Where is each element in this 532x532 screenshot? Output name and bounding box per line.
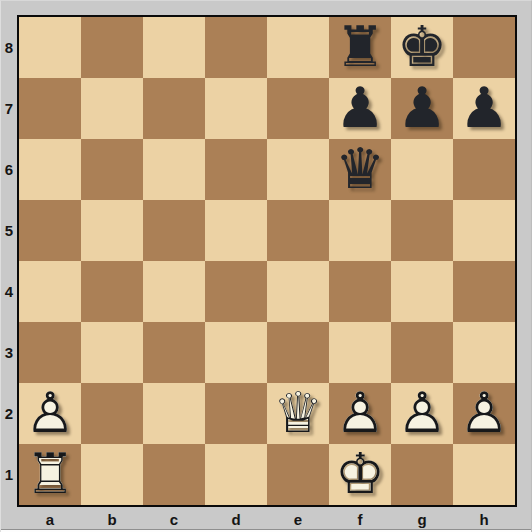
square-c8[interactable] [143,17,205,78]
square-f7[interactable]: ♟ [329,78,391,139]
rank-labels: 87654321 [1,17,17,505]
piece-glyph: ♟ [329,78,391,139]
square-f6[interactable]: ♛ [329,139,391,200]
file-label: f [329,507,391,531]
rank-label: 2 [1,383,17,444]
square-f1[interactable]: ♚♔ [329,444,391,505]
square-f2[interactable]: ♟♙ [329,383,391,444]
square-h3[interactable] [453,322,515,383]
square-f5[interactable] [329,200,391,261]
square-c1[interactable] [143,444,205,505]
piece-glyph: ♟ [391,78,453,139]
white-pawn-icon[interactable]: ♟♙ [19,383,81,444]
file-label: h [453,507,515,531]
piece-glyph: ♛ [329,139,391,200]
file-labels: abcdefgh [19,507,515,531]
rank-label: 6 [1,139,17,200]
square-e8[interactable] [267,17,329,78]
file-label: e [267,507,329,531]
square-e3[interactable] [267,322,329,383]
file-label: b [81,507,143,531]
black-pawn-icon[interactable]: ♟ [329,78,391,139]
square-a3[interactable] [19,322,81,383]
square-f3[interactable] [329,322,391,383]
square-c7[interactable] [143,78,205,139]
square-g6[interactable] [391,139,453,200]
file-label: c [143,507,205,531]
square-b5[interactable] [81,200,143,261]
square-b8[interactable] [81,17,143,78]
square-b2[interactable] [81,383,143,444]
square-d5[interactable] [205,200,267,261]
square-c6[interactable] [143,139,205,200]
square-d2[interactable] [205,383,267,444]
black-pawn-icon[interactable]: ♟ [391,78,453,139]
piece-outline-glyph: ♔ [329,444,391,505]
square-a7[interactable] [19,78,81,139]
square-e6[interactable] [267,139,329,200]
square-b3[interactable] [81,322,143,383]
square-d3[interactable] [205,322,267,383]
piece-outline-glyph: ♙ [453,383,515,444]
board: ♜♚♟♟♟♛♟♙♛♕♟♙♟♙♟♙♜♖♚♔ [19,17,515,505]
square-e4[interactable] [267,261,329,322]
piece-glyph: ♚ [391,17,453,78]
square-g5[interactable] [391,200,453,261]
rank-label: 5 [1,200,17,261]
square-e7[interactable] [267,78,329,139]
board-frame: ♜♚♟♟♟♛♟♙♛♕♟♙♟♙♟♙♜♖♚♔ [17,15,517,507]
white-pawn-icon[interactable]: ♟♙ [453,383,515,444]
black-king-icon[interactable]: ♚ [391,17,453,78]
square-g8[interactable]: ♚ [391,17,453,78]
black-pawn-icon[interactable]: ♟ [453,78,515,139]
square-d4[interactable] [205,261,267,322]
chess-window: 87654321 ♜♚♟♟♟♛♟♙♛♕♟♙♟♙♟♙♜♖♚♔ abcdefgh [0,0,532,532]
square-h2[interactable]: ♟♙ [453,383,515,444]
square-h1[interactable] [453,444,515,505]
square-h6[interactable] [453,139,515,200]
rank-label: 4 [1,261,17,322]
square-a8[interactable] [19,17,81,78]
piece-glyph: ♟ [453,78,515,139]
square-a2[interactable]: ♟♙ [19,383,81,444]
square-c4[interactable] [143,261,205,322]
square-d6[interactable] [205,139,267,200]
piece-glyph: ♜ [329,17,391,78]
square-d7[interactable] [205,78,267,139]
square-e2[interactable]: ♛♕ [267,383,329,444]
square-a5[interactable] [19,200,81,261]
square-h7[interactable]: ♟ [453,78,515,139]
square-c5[interactable] [143,200,205,261]
file-label: a [19,507,81,531]
square-g2[interactable]: ♟♙ [391,383,453,444]
square-b7[interactable] [81,78,143,139]
piece-outline-glyph: ♙ [329,383,391,444]
square-h4[interactable] [453,261,515,322]
square-e1[interactable] [267,444,329,505]
square-a4[interactable] [19,261,81,322]
rank-label: 8 [1,17,17,78]
piece-outline-glyph: ♙ [391,383,453,444]
piece-outline-glyph: ♖ [19,444,81,505]
white-pawn-icon[interactable]: ♟♙ [391,383,453,444]
white-pawn-icon[interactable]: ♟♙ [329,383,391,444]
square-f4[interactable] [329,261,391,322]
square-g4[interactable] [391,261,453,322]
square-b4[interactable] [81,261,143,322]
white-king-icon[interactable]: ♚♔ [329,444,391,505]
white-queen-icon[interactable]: ♛♕ [267,383,329,444]
square-c2[interactable] [143,383,205,444]
file-label: g [391,507,453,531]
square-h8[interactable] [453,17,515,78]
file-label: d [205,507,267,531]
piece-outline-glyph: ♙ [19,383,81,444]
rank-label: 1 [1,444,17,505]
square-f8[interactable]: ♜ [329,17,391,78]
square-g7[interactable]: ♟ [391,78,453,139]
square-e5[interactable] [267,200,329,261]
rank-label: 3 [1,322,17,383]
rank-label: 7 [1,78,17,139]
square-d8[interactable] [205,17,267,78]
piece-outline-glyph: ♕ [267,383,329,444]
square-c3[interactable] [143,322,205,383]
square-d1[interactable] [205,444,267,505]
square-a6[interactable] [19,139,81,200]
square-g3[interactable] [391,322,453,383]
square-h5[interactable] [453,200,515,261]
black-queen-icon[interactable]: ♛ [329,139,391,200]
square-b6[interactable] [81,139,143,200]
square-b1[interactable] [81,444,143,505]
black-rook-icon[interactable]: ♜ [329,17,391,78]
square-a1[interactable]: ♜♖ [19,444,81,505]
square-g1[interactable] [391,444,453,505]
white-rook-icon[interactable]: ♜♖ [19,444,81,505]
